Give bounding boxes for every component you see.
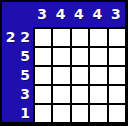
row-clue-3: 5 xyxy=(2,65,33,84)
row-clue-2: 5 xyxy=(2,46,33,65)
nonogram-board-frame: 3 4 4 4 3 2 2 5 5 3 1 xyxy=(0,0,128,126)
board-cell-r4c4[interactable] xyxy=(88,84,106,103)
board-cell-r5c1[interactable] xyxy=(33,103,51,122)
board-cell-r5c3[interactable] xyxy=(70,103,88,122)
col-clue-5: 3 xyxy=(107,2,125,27)
board-cell-r4c1[interactable] xyxy=(33,84,51,103)
board-cell-r3c5[interactable] xyxy=(107,65,125,84)
board-cell-r5c4[interactable] xyxy=(88,103,106,122)
board-cell-r2c3[interactable] xyxy=(70,46,88,65)
board-cell-r2c5[interactable] xyxy=(107,46,125,65)
board-cell-r2c4[interactable] xyxy=(88,46,106,65)
board-cell-r3c2[interactable] xyxy=(51,65,69,84)
board-cell-r5c2[interactable] xyxy=(51,103,69,122)
row-clue-1: 2 2 xyxy=(2,27,33,46)
board-cell-r1c2[interactable] xyxy=(51,27,69,46)
col-clue-4: 4 xyxy=(88,2,106,27)
board-cell-r3c3[interactable] xyxy=(70,65,88,84)
board-cell-r2c2[interactable] xyxy=(51,46,69,65)
col-clue-2: 4 xyxy=(51,2,69,27)
row-clue-4: 3 xyxy=(2,84,33,103)
board-cell-r1c1[interactable] xyxy=(33,27,51,46)
board-cell-r1c5[interactable] xyxy=(107,27,125,46)
board-cell-r3c1[interactable] xyxy=(33,65,51,84)
nonogram-grid: 3 4 4 4 3 2 2 5 5 3 1 xyxy=(2,2,125,122)
clue-corner xyxy=(2,2,33,27)
board-cell-r1c3[interactable] xyxy=(70,27,88,46)
board-cell-r4c2[interactable] xyxy=(51,84,69,103)
board-cell-r3c4[interactable] xyxy=(88,65,106,84)
board-cell-r1c4[interactable] xyxy=(88,27,106,46)
col-clue-3: 4 xyxy=(70,2,88,27)
board-cell-r4c5[interactable] xyxy=(107,84,125,103)
row-clue-5: 1 xyxy=(2,103,33,122)
board-cell-r5c5[interactable] xyxy=(107,103,125,122)
board-cell-r4c3[interactable] xyxy=(70,84,88,103)
col-clue-1: 3 xyxy=(33,2,51,27)
board-cell-r2c1[interactable] xyxy=(33,46,51,65)
